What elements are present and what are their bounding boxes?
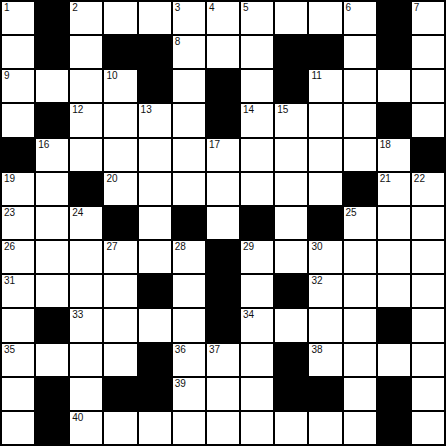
white-cell-r8c2[interactable]	[36, 241, 68, 273]
white-cell-r6c4[interactable]: 20	[104, 173, 136, 205]
white-cell-r7c3[interactable]: 24	[70, 207, 102, 239]
white-cell-r7c1[interactable]: 23	[2, 207, 34, 239]
black-cell-r12c9	[275, 378, 307, 410]
black-cell-r6c11	[344, 173, 376, 205]
white-cell-r9c6[interactable]	[173, 275, 205, 307]
white-cell-r6c6[interactable]	[173, 173, 205, 205]
white-cell-r11c12[interactable]	[378, 344, 410, 376]
black-cell-r11c5	[139, 344, 171, 376]
white-cell-r3c13[interactable]	[412, 70, 444, 102]
white-cell-r1c6[interactable]: 3	[173, 2, 205, 34]
white-cell-r6c8[interactable]	[241, 173, 273, 205]
white-cell-r11c11[interactable]	[344, 344, 376, 376]
white-cell-r8c13[interactable]	[412, 241, 444, 273]
white-cell-r1c8[interactable]: 5	[241, 2, 273, 34]
white-cell-r3c3[interactable]	[70, 70, 102, 102]
clue-number-10: 10	[106, 71, 117, 81]
black-cell-r13c12	[378, 412, 410, 444]
clue-number-8: 8	[175, 37, 181, 47]
black-cell-r3c9	[275, 70, 307, 102]
white-cell-r7c5[interactable]	[139, 207, 171, 239]
white-cell-r3c8[interactable]	[241, 70, 273, 102]
black-cell-r2c9	[275, 36, 307, 68]
clue-number-13: 13	[141, 105, 152, 115]
white-cell-r7c9[interactable]	[275, 207, 307, 239]
white-cell-r2c8[interactable]	[241, 36, 273, 68]
white-cell-r6c7[interactable]	[207, 173, 239, 205]
white-cell-r12c8[interactable]	[241, 378, 273, 410]
black-cell-r11c9	[275, 344, 307, 376]
white-cell-r2c3[interactable]	[70, 36, 102, 68]
clue-number-28: 28	[175, 242, 186, 252]
black-cell-r2c12	[378, 36, 410, 68]
white-cell-r6c13[interactable]: 22	[412, 173, 444, 205]
clue-number-16: 16	[38, 140, 49, 150]
white-cell-r13c6[interactable]	[173, 412, 205, 444]
black-cell-r5c1	[2, 139, 34, 171]
black-cell-r7c4	[104, 207, 136, 239]
white-cell-r3c4[interactable]: 10	[104, 70, 136, 102]
white-cell-r1c1[interactable]: 1	[2, 2, 34, 34]
black-cell-r3c7	[207, 70, 239, 102]
white-cell-r2c7[interactable]	[207, 36, 239, 68]
white-cell-r9c2[interactable]	[36, 275, 68, 307]
clue-number-21: 21	[380, 174, 391, 184]
clue-number-24: 24	[72, 208, 83, 218]
white-cell-r1c11[interactable]: 6	[344, 2, 376, 34]
black-cell-r10c12	[378, 309, 410, 341]
crossword-grid: 1234567891011121314151617181920212223242…	[0, 0, 446, 446]
white-cell-r13c1[interactable]	[2, 412, 34, 444]
white-cell-r6c9[interactable]	[275, 173, 307, 205]
clue-number-18: 18	[380, 140, 391, 150]
white-cell-r11c13[interactable]	[412, 344, 444, 376]
clue-number-19: 19	[4, 174, 15, 184]
clue-number-12: 12	[72, 105, 83, 115]
clue-number-20: 20	[106, 174, 117, 184]
white-cell-r5c6[interactable]	[173, 139, 205, 171]
white-cell-r10c3[interactable]: 33	[70, 309, 102, 341]
white-cell-r10c4[interactable]	[104, 309, 136, 341]
black-cell-r7c10	[309, 207, 341, 239]
clue-number-27: 27	[106, 242, 117, 252]
white-cell-r6c2[interactable]	[36, 173, 68, 205]
clue-number-11: 11	[311, 71, 321, 81]
white-cell-r9c3[interactable]	[70, 275, 102, 307]
black-cell-r3c5	[139, 70, 171, 102]
clue-number-6: 6	[346, 3, 352, 13]
white-cell-r8c11[interactable]	[344, 241, 376, 273]
white-cell-r6c1[interactable]: 19	[2, 173, 34, 205]
clue-number-37: 37	[209, 345, 220, 355]
clue-number-7: 7	[414, 3, 420, 13]
black-cell-r2c10	[309, 36, 341, 68]
clue-number-38: 38	[311, 345, 322, 355]
white-cell-r3c12[interactable]	[378, 70, 410, 102]
black-cell-r6c3	[70, 173, 102, 205]
clue-number-30: 30	[311, 242, 322, 252]
clue-number-36: 36	[175, 345, 186, 355]
black-cell-r12c4	[104, 378, 136, 410]
white-cell-r8c10[interactable]: 30	[309, 241, 341, 273]
white-cell-r10c11[interactable]	[344, 309, 376, 341]
white-cell-r11c8[interactable]	[241, 344, 273, 376]
white-cell-r13c13[interactable]	[412, 412, 444, 444]
white-cell-r13c5[interactable]	[139, 412, 171, 444]
black-cell-r4c2	[36, 104, 68, 136]
white-cell-r2c1[interactable]	[2, 36, 34, 68]
white-cell-r11c6[interactable]: 36	[173, 344, 205, 376]
white-cell-r1c7[interactable]: 4	[207, 2, 239, 34]
black-cell-r2c4	[104, 36, 136, 68]
white-cell-r3c6[interactable]	[173, 70, 205, 102]
black-cell-r12c12	[378, 378, 410, 410]
white-cell-r1c13[interactable]: 7	[412, 2, 444, 34]
white-cell-r4c11[interactable]	[344, 104, 376, 136]
white-cell-r5c4[interactable]	[104, 139, 136, 171]
clue-number-31: 31	[4, 276, 15, 286]
black-cell-r2c2	[36, 36, 68, 68]
black-cell-r12c2	[36, 378, 68, 410]
white-cell-r10c13[interactable]	[412, 309, 444, 341]
clue-number-34: 34	[243, 310, 254, 320]
white-cell-r8c4[interactable]: 27	[104, 241, 136, 273]
white-cell-r7c12[interactable]	[378, 207, 410, 239]
clue-number-35: 35	[4, 345, 15, 355]
black-cell-r5c13	[412, 139, 444, 171]
white-cell-r5c5[interactable]	[139, 139, 171, 171]
white-cell-r3c1[interactable]: 9	[2, 70, 34, 102]
white-cell-r12c3[interactable]	[70, 378, 102, 410]
clue-number-40: 40	[72, 413, 83, 423]
white-cell-r5c12[interactable]: 18	[378, 139, 410, 171]
white-cell-r4c6[interactable]	[173, 104, 205, 136]
white-cell-r10c10[interactable]	[309, 309, 341, 341]
black-cell-r8c7	[207, 241, 239, 273]
white-cell-r13c8[interactable]	[241, 412, 273, 444]
white-cell-r7c7[interactable]	[207, 207, 239, 239]
white-cell-r3c2[interactable]	[36, 70, 68, 102]
white-cell-r12c13[interactable]	[412, 378, 444, 410]
white-cell-r12c7[interactable]	[207, 378, 239, 410]
black-cell-r12c5	[139, 378, 171, 410]
white-cell-r5c9[interactable]	[275, 139, 307, 171]
white-cell-r4c8[interactable]: 14	[241, 104, 273, 136]
white-cell-r2c6[interactable]: 8	[173, 36, 205, 68]
white-cell-r8c12[interactable]	[378, 241, 410, 273]
white-cell-r13c10[interactable]	[309, 412, 341, 444]
clue-number-25: 25	[346, 208, 357, 218]
white-cell-r9c1[interactable]: 31	[2, 275, 34, 307]
white-cell-r4c5[interactable]: 13	[139, 104, 171, 136]
white-cell-r7c2[interactable]	[36, 207, 68, 239]
white-cell-r8c5[interactable]	[139, 241, 171, 273]
clue-number-32: 32	[311, 276, 322, 286]
clue-number-14: 14	[243, 105, 254, 115]
white-cell-r7c13[interactable]	[412, 207, 444, 239]
white-cell-r11c3[interactable]	[70, 344, 102, 376]
clue-number-17: 17	[209, 140, 220, 150]
white-cell-r8c3[interactable]	[70, 241, 102, 273]
black-cell-r7c8	[241, 207, 273, 239]
white-cell-r8c8[interactable]: 29	[241, 241, 273, 273]
black-cell-r4c12	[378, 104, 410, 136]
black-cell-r1c2	[36, 2, 68, 34]
white-cell-r7c11[interactable]: 25	[344, 207, 376, 239]
white-cell-r5c8[interactable]	[241, 139, 273, 171]
white-cell-r9c4[interactable]	[104, 275, 136, 307]
black-cell-r4c7	[207, 104, 239, 136]
white-cell-r8c9[interactable]	[275, 241, 307, 273]
clue-number-39: 39	[175, 379, 186, 389]
white-cell-r5c7[interactable]: 17	[207, 139, 239, 171]
white-cell-r2c13[interactable]	[412, 36, 444, 68]
white-cell-r9c13[interactable]	[412, 275, 444, 307]
clue-number-1: 1	[4, 3, 10, 13]
white-cell-r8c6[interactable]: 28	[173, 241, 205, 273]
white-cell-r10c6[interactable]	[173, 309, 205, 341]
white-cell-r13c3[interactable]: 40	[70, 412, 102, 444]
white-cell-r10c1[interactable]	[2, 309, 34, 341]
white-cell-r5c10[interactable]	[309, 139, 341, 171]
white-cell-r11c1[interactable]: 35	[2, 344, 34, 376]
white-cell-r12c1[interactable]	[2, 378, 34, 410]
white-cell-r6c5[interactable]	[139, 173, 171, 205]
white-cell-r1c10[interactable]	[309, 2, 341, 34]
white-cell-r4c9[interactable]: 15	[275, 104, 307, 136]
white-cell-r9c11[interactable]	[344, 275, 376, 307]
white-cell-r10c8[interactable]: 34	[241, 309, 273, 341]
black-cell-r9c5	[139, 275, 171, 307]
white-cell-r5c2[interactable]: 16	[36, 139, 68, 171]
white-cell-r13c7[interactable]	[207, 412, 239, 444]
clue-number-29: 29	[243, 242, 254, 252]
white-cell-r3c11[interactable]	[344, 70, 376, 102]
clue-number-5: 5	[243, 3, 249, 13]
clue-number-22: 22	[414, 174, 425, 184]
white-cell-r4c4[interactable]	[104, 104, 136, 136]
white-cell-r6c10[interactable]	[309, 173, 341, 205]
white-cell-r11c7[interactable]: 37	[207, 344, 239, 376]
white-cell-r12c6[interactable]: 39	[173, 378, 205, 410]
black-cell-r9c9	[275, 275, 307, 307]
white-cell-r3c10[interactable]: 11	[309, 70, 341, 102]
white-cell-r12c11[interactable]	[344, 378, 376, 410]
white-cell-r10c5[interactable]	[139, 309, 171, 341]
black-cell-r2c5	[139, 36, 171, 68]
white-cell-r13c4[interactable]	[104, 412, 136, 444]
white-cell-r13c11[interactable]	[344, 412, 376, 444]
black-cell-r7c6	[173, 207, 205, 239]
white-cell-r9c8[interactable]	[241, 275, 273, 307]
white-cell-r6c12[interactable]: 21	[378, 173, 410, 205]
white-cell-r4c1[interactable]	[2, 104, 34, 136]
white-cell-r10c9[interactable]	[275, 309, 307, 341]
black-cell-r10c7	[207, 309, 239, 341]
white-cell-r1c5[interactable]	[139, 2, 171, 34]
white-cell-r4c3[interactable]: 12	[70, 104, 102, 136]
white-cell-r1c9[interactable]	[275, 2, 307, 34]
white-cell-r4c13[interactable]	[412, 104, 444, 136]
clue-number-23: 23	[4, 208, 15, 218]
clue-number-4: 4	[209, 3, 215, 13]
white-cell-r5c3[interactable]	[70, 139, 102, 171]
clue-number-9: 9	[4, 71, 10, 81]
white-cell-r1c4[interactable]	[104, 2, 136, 34]
white-cell-r11c2[interactable]	[36, 344, 68, 376]
white-cell-r2c11[interactable]	[344, 36, 376, 68]
black-cell-r1c12	[378, 2, 410, 34]
clue-number-33: 33	[72, 310, 83, 320]
black-cell-r13c2	[36, 412, 68, 444]
clue-number-26: 26	[4, 242, 15, 252]
white-cell-r9c10[interactable]: 32	[309, 275, 341, 307]
clue-number-2: 2	[72, 3, 78, 13]
white-cell-r8c1[interactable]: 26	[2, 241, 34, 273]
white-cell-r11c4[interactable]	[104, 344, 136, 376]
clue-number-3: 3	[175, 3, 181, 13]
black-cell-r10c2	[36, 309, 68, 341]
black-cell-r9c7	[207, 275, 239, 307]
white-cell-r4c10[interactable]	[309, 104, 341, 136]
white-cell-r13c9[interactable]	[275, 412, 307, 444]
black-cell-r12c10	[309, 378, 341, 410]
white-cell-r1c3[interactable]: 2	[70, 2, 102, 34]
white-cell-r9c12[interactable]	[378, 275, 410, 307]
white-cell-r5c11[interactable]	[344, 139, 376, 171]
clue-number-15: 15	[277, 105, 288, 115]
white-cell-r11c10[interactable]: 38	[309, 344, 341, 376]
